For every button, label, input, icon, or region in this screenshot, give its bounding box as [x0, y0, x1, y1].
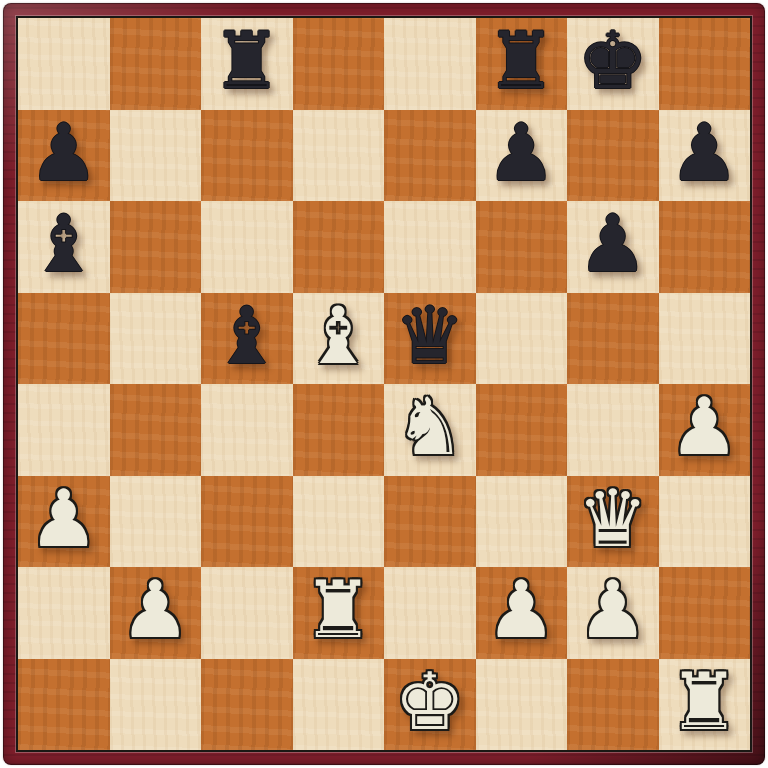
- square-h4[interactable]: ♟: [659, 384, 751, 476]
- square-c5[interactable]: ♝: [201, 293, 293, 385]
- square-c2[interactable]: [201, 567, 293, 659]
- square-f8[interactable]: ♜: [476, 18, 568, 110]
- chess-board: ♜♜♚♟♟♟♝♟♝♝♛♞♟♟♛♟♜♟♟♚♜: [18, 18, 750, 750]
- square-a4[interactable]: [18, 384, 110, 476]
- square-a8[interactable]: [18, 18, 110, 110]
- black-bishop: ♝: [28, 205, 99, 284]
- square-b2[interactable]: ♟: [110, 567, 202, 659]
- black-pawn: ♟: [486, 114, 557, 193]
- white-pawn: ♟: [577, 571, 648, 650]
- square-f1[interactable]: [476, 659, 568, 751]
- square-b3[interactable]: [110, 476, 202, 568]
- square-d8[interactable]: [293, 18, 385, 110]
- square-b7[interactable]: [110, 110, 202, 202]
- square-b4[interactable]: [110, 384, 202, 476]
- square-f2[interactable]: ♟: [476, 567, 568, 659]
- square-a6[interactable]: ♝: [18, 201, 110, 293]
- square-e3[interactable]: [384, 476, 476, 568]
- square-d5[interactable]: ♝: [293, 293, 385, 385]
- white-rook: ♜: [669, 663, 740, 742]
- square-b1[interactable]: [110, 659, 202, 751]
- square-g2[interactable]: ♟: [567, 567, 659, 659]
- black-bishop: ♝: [211, 297, 282, 376]
- square-g5[interactable]: [567, 293, 659, 385]
- square-c7[interactable]: [201, 110, 293, 202]
- white-queen: ♛: [577, 480, 648, 559]
- board-border: ♜♜♚♟♟♟♝♟♝♝♛♞♟♟♛♟♜♟♟♚♜: [16, 16, 752, 752]
- square-c6[interactable]: [201, 201, 293, 293]
- white-knight: ♞: [394, 388, 465, 467]
- square-e7[interactable]: [384, 110, 476, 202]
- square-a1[interactable]: [18, 659, 110, 751]
- square-h5[interactable]: [659, 293, 751, 385]
- white-rook: ♜: [303, 571, 374, 650]
- black-rook: ♜: [211, 22, 282, 101]
- white-pawn: ♟: [669, 388, 740, 467]
- square-b6[interactable]: [110, 201, 202, 293]
- black-pawn: ♟: [577, 205, 648, 284]
- square-d3[interactable]: [293, 476, 385, 568]
- square-c1[interactable]: [201, 659, 293, 751]
- square-f7[interactable]: ♟: [476, 110, 568, 202]
- square-g1[interactable]: [567, 659, 659, 751]
- square-h8[interactable]: [659, 18, 751, 110]
- square-f5[interactable]: [476, 293, 568, 385]
- square-c4[interactable]: [201, 384, 293, 476]
- square-g8[interactable]: ♚: [567, 18, 659, 110]
- square-f4[interactable]: [476, 384, 568, 476]
- square-f6[interactable]: [476, 201, 568, 293]
- white-bishop: ♝: [303, 297, 374, 376]
- white-pawn: ♟: [28, 480, 99, 559]
- board-frame: ♜♜♚♟♟♟♝♟♝♝♛♞♟♟♛♟♜♟♟♚♜: [3, 3, 765, 765]
- square-h1[interactable]: ♜: [659, 659, 751, 751]
- square-e1[interactable]: ♚: [384, 659, 476, 751]
- black-queen: ♛: [394, 297, 465, 376]
- black-rook: ♜: [486, 22, 557, 101]
- white-pawn: ♟: [120, 571, 191, 650]
- square-d2[interactable]: ♜: [293, 567, 385, 659]
- square-h6[interactable]: [659, 201, 751, 293]
- square-b5[interactable]: [110, 293, 202, 385]
- black-pawn: ♟: [669, 114, 740, 193]
- square-e5[interactable]: ♛: [384, 293, 476, 385]
- square-f3[interactable]: [476, 476, 568, 568]
- square-d6[interactable]: [293, 201, 385, 293]
- white-king: ♚: [394, 663, 465, 742]
- square-g7[interactable]: [567, 110, 659, 202]
- square-g3[interactable]: ♛: [567, 476, 659, 568]
- square-a2[interactable]: [18, 567, 110, 659]
- square-e2[interactable]: [384, 567, 476, 659]
- white-pawn: ♟: [486, 571, 557, 650]
- square-d1[interactable]: [293, 659, 385, 751]
- black-pawn: ♟: [28, 114, 99, 193]
- chess-diagram: ♜♜♚♟♟♟♝♟♝♝♛♞♟♟♛♟♜♟♟♚♜: [0, 0, 768, 768]
- square-a7[interactable]: ♟: [18, 110, 110, 202]
- square-c8[interactable]: ♜: [201, 18, 293, 110]
- square-a5[interactable]: [18, 293, 110, 385]
- square-h3[interactable]: [659, 476, 751, 568]
- square-h7[interactable]: ♟: [659, 110, 751, 202]
- black-king: ♚: [577, 22, 648, 101]
- square-g4[interactable]: [567, 384, 659, 476]
- square-e4[interactable]: ♞: [384, 384, 476, 476]
- square-a3[interactable]: ♟: [18, 476, 110, 568]
- square-e6[interactable]: [384, 201, 476, 293]
- square-e8[interactable]: [384, 18, 476, 110]
- square-c3[interactable]: [201, 476, 293, 568]
- square-d7[interactable]: [293, 110, 385, 202]
- square-d4[interactable]: [293, 384, 385, 476]
- square-g6[interactable]: ♟: [567, 201, 659, 293]
- square-b8[interactable]: [110, 18, 202, 110]
- square-h2[interactable]: [659, 567, 751, 659]
